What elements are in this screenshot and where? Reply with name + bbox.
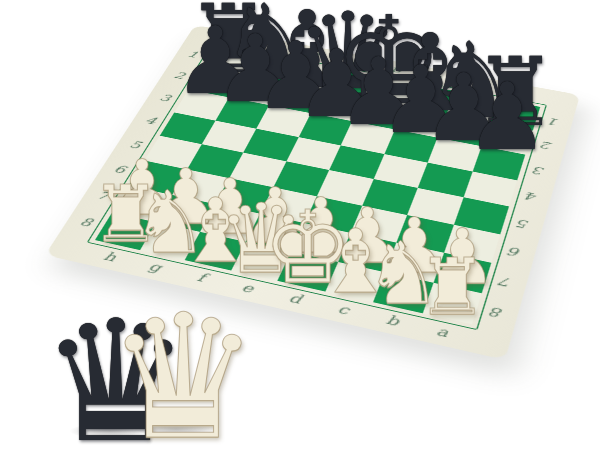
pieces-layer: ♜♞♝♛♚♝♞♜♟♟♟♟♟♟♟♟♟♟♟♟♟♟♟♟♜♞♝♛♚♝♞♜♛♛ — [0, 0, 600, 450]
piece-black-pawn-a2[interactable]: ♟ — [437, 71, 577, 164]
product-photo-stage: hh11gg22ff33ee44dd55cc66bb77aa88 ♜♞♝♛♚♝♞… — [0, 0, 600, 450]
display-piece-white-queen[interactable]: ♛ — [106, 292, 246, 450]
piece-white-rook-a8[interactable]: ♜ — [382, 248, 522, 326]
rank-label-right-4: 4 — [516, 188, 546, 205]
